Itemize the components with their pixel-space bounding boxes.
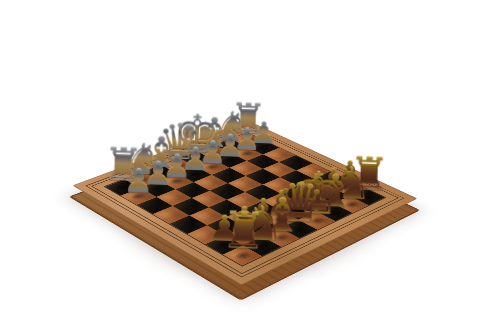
silver-pawn-icon: ♟ <box>123 164 154 197</box>
product-photo-background: ♜♞♝♛♚♝♞♜♟♟♟♟♟♟♟♟♟♟♟♟♟♟♟♟♜♞♝♛♚♝♞♜ <box>0 0 480 320</box>
piece-gold-rook[interactable]: ♜ <box>215 186 273 257</box>
piece-silver-pawn[interactable]: ♟ <box>113 132 166 197</box>
gold-rook-icon: ♜ <box>220 206 267 256</box>
